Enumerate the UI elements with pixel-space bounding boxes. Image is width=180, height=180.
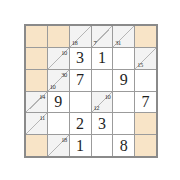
blocked-cell <box>135 113 156 134</box>
entry-cell[interactable] <box>92 135 113 156</box>
across-clue-label: 10 <box>105 93 111 100</box>
entry-cell[interactable] <box>70 92 91 113</box>
blocked-cell <box>26 135 47 156</box>
cell-digit: 8 <box>120 138 128 154</box>
cell-digit: 2 <box>76 116 84 132</box>
clue-cell: 15 <box>135 48 156 69</box>
cell-digit: 7 <box>76 72 84 88</box>
kakuro-board: 187311031153010791491012711231818 <box>24 24 158 158</box>
across-clue-label: 18 <box>61 136 67 143</box>
entry-cell[interactable]: 3 <box>92 113 113 134</box>
clue-cell: 18 <box>70 26 91 47</box>
blocked-cell <box>135 26 156 47</box>
entry-cell[interactable]: 8 <box>113 135 134 156</box>
blocked-cell <box>48 26 69 47</box>
down-clue-label: 12 <box>94 104 100 111</box>
across-clue-label: 10 <box>61 49 67 56</box>
entry-cell[interactable] <box>113 113 134 134</box>
clue-cell: 7 <box>92 26 113 47</box>
cell-digit: 7 <box>142 94 150 110</box>
entry-cell[interactable]: 3 <box>70 48 91 69</box>
entry-cell[interactable]: 9 <box>48 92 69 113</box>
entry-cell[interactable] <box>113 92 134 113</box>
clue-cell: 14 <box>26 92 47 113</box>
clue-cell: 11 <box>26 113 47 134</box>
entry-cell[interactable] <box>92 70 113 91</box>
entry-cell[interactable]: 1 <box>70 135 91 156</box>
entry-cell[interactable] <box>113 48 134 69</box>
cell-digit: 3 <box>98 116 106 132</box>
clue-cell: 1012 <box>92 92 113 113</box>
entry-cell[interactable]: 7 <box>70 70 91 91</box>
cell-digit: 9 <box>120 72 128 88</box>
entry-cell[interactable]: 2 <box>70 113 91 134</box>
down-clue-label: 15 <box>137 61 143 68</box>
blocked-cell <box>26 70 47 91</box>
across-clue-label: 30 <box>61 71 67 78</box>
clue-cell: 3010 <box>48 70 69 91</box>
clue-cell: 10 <box>48 48 69 69</box>
kakuro-page: 187311031153010791491012711231818 <box>0 0 180 180</box>
blocked-cell <box>135 135 156 156</box>
entry-cell[interactable] <box>135 70 156 91</box>
down-clue-label: 18 <box>72 39 78 46</box>
across-clue-label: 11 <box>40 114 45 121</box>
down-clue-label: 7 <box>94 39 97 46</box>
clue-cell: 31 <box>113 26 134 47</box>
blocked-cell <box>26 48 47 69</box>
cell-digit: 1 <box>98 50 106 66</box>
blocked-cell <box>26 26 47 47</box>
cell-digit: 1 <box>76 138 84 154</box>
across-clue-label: 14 <box>39 93 45 100</box>
clue-cell: 18 <box>48 135 69 156</box>
entry-cell[interactable]: 1 <box>92 48 113 69</box>
cell-digit: 9 <box>54 94 62 110</box>
entry-cell[interactable]: 7 <box>135 92 156 113</box>
entry-cell[interactable]: 9 <box>113 70 134 91</box>
down-clue-label: 10 <box>50 83 56 90</box>
down-clue-label: 31 <box>115 39 121 46</box>
cell-digit: 3 <box>76 50 84 66</box>
entry-cell[interactable] <box>48 113 69 134</box>
